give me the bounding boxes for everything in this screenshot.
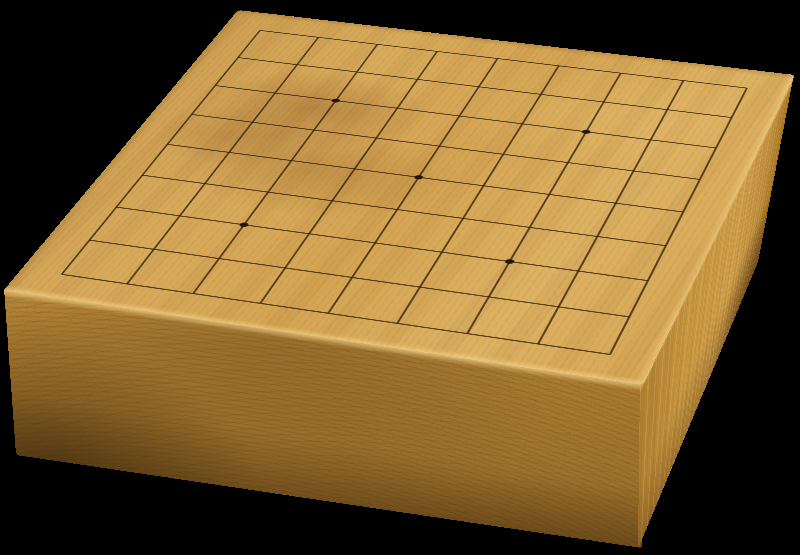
hoshi-point [581,129,591,134]
hoshi-point [413,175,424,180]
hoshi-point [331,98,341,103]
hoshi-point [504,259,515,264]
grid-line [238,58,732,118]
grid-line [397,66,559,324]
grid-line [467,73,621,333]
goban-photo-scene [0,0,800,555]
grid-line [215,86,716,148]
grid-line [142,175,666,246]
grid-line [328,59,497,314]
grid-line [90,240,630,317]
grid-line [260,51,437,303]
grid-line [193,44,377,293]
grid-line [116,207,648,281]
grid-line [167,144,683,212]
grid-line [260,30,747,88]
grid-line [192,114,700,179]
hoshi-point [239,222,250,227]
grid-line [538,81,683,344]
